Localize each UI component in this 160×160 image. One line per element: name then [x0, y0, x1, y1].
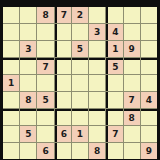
cell-r8c4: 6 — [55, 126, 71, 142]
cell-r8c7: 7 — [106, 126, 122, 142]
cell-r6c9: 4 — [141, 92, 157, 108]
cell-r2c3[interactable] — [37, 24, 53, 40]
cell-r1c8[interactable] — [124, 7, 140, 23]
cell-r1c6[interactable] — [89, 7, 105, 23]
cell-r3c8: 9 — [124, 41, 140, 57]
cell-r4c2[interactable] — [20, 58, 36, 74]
cell-r4c8[interactable] — [124, 58, 140, 74]
cell-r9c1[interactable] — [3, 143, 19, 159]
cell-r1c3: 8 — [37, 7, 53, 23]
cell-r3c4[interactable] — [55, 41, 71, 57]
cell-r5c2[interactable] — [20, 75, 36, 91]
cell-r2c8[interactable] — [124, 24, 140, 40]
cell-r5c5[interactable] — [72, 75, 88, 91]
cell-r1c5: 2 — [72, 7, 88, 23]
cell-r2c5[interactable] — [72, 24, 88, 40]
cell-r8c3[interactable] — [37, 126, 53, 142]
cell-r7c3[interactable] — [37, 109, 53, 125]
cell-r9c6: 8 — [89, 143, 105, 159]
cell-r7c6[interactable] — [89, 109, 105, 125]
cell-r5c7[interactable] — [106, 75, 122, 91]
sudoku-board: 872343519751857485617689 — [3, 7, 157, 159]
cell-r7c5[interactable] — [72, 109, 88, 125]
cell-r1c4: 7 — [55, 7, 71, 23]
cell-r2c9[interactable] — [141, 24, 157, 40]
cell-r2c2[interactable] — [20, 24, 36, 40]
cell-r4c6[interactable] — [89, 58, 105, 74]
cell-r5c1: 1 — [3, 75, 19, 91]
cell-r6c3: 5 — [37, 92, 53, 108]
cell-r3c2: 3 — [20, 41, 36, 57]
cell-r3c7: 1 — [106, 41, 122, 57]
cell-r6c2: 8 — [20, 92, 36, 108]
cell-r5c3[interactable] — [37, 75, 53, 91]
cell-r2c1[interactable] — [3, 24, 19, 40]
cell-r4c5[interactable] — [72, 58, 88, 74]
cell-r9c3: 6 — [37, 143, 53, 159]
cell-r9c7[interactable] — [106, 143, 122, 159]
cell-r1c1[interactable] — [3, 7, 19, 23]
cell-r6c5[interactable] — [72, 92, 88, 108]
cell-r4c1[interactable] — [3, 58, 19, 74]
cell-r7c8: 8 — [124, 109, 140, 125]
cell-r7c4[interactable] — [55, 109, 71, 125]
cell-r3c6[interactable] — [89, 41, 105, 57]
cell-r8c2: 5 — [20, 126, 36, 142]
cell-r9c5[interactable] — [72, 143, 88, 159]
cell-r8c8[interactable] — [124, 126, 140, 142]
cell-r3c5: 5 — [72, 41, 88, 57]
cell-r4c4[interactable] — [55, 58, 71, 74]
cell-r5c8[interactable] — [124, 75, 140, 91]
cell-r6c7[interactable] — [106, 92, 122, 108]
cell-r5c4[interactable] — [55, 75, 71, 91]
cell-r3c1[interactable] — [3, 41, 19, 57]
cell-r7c1[interactable] — [3, 109, 19, 125]
cell-r5c6[interactable] — [89, 75, 105, 91]
cell-r6c1[interactable] — [3, 92, 19, 108]
cell-r6c4[interactable] — [55, 92, 71, 108]
cell-r6c6[interactable] — [89, 92, 105, 108]
cell-r4c9[interactable] — [141, 58, 157, 74]
cell-r6c8: 7 — [124, 92, 140, 108]
sudoku-frame: 872343519751857485617689 — [0, 0, 160, 160]
cell-r9c8[interactable] — [124, 143, 140, 159]
cell-r9c2[interactable] — [20, 143, 36, 159]
cell-r1c7[interactable] — [106, 7, 122, 23]
cell-r7c7[interactable] — [106, 109, 122, 125]
cell-r8c9[interactable] — [141, 126, 157, 142]
cell-r8c1[interactable] — [3, 126, 19, 142]
cell-r5c9[interactable] — [141, 75, 157, 91]
cell-r8c6[interactable] — [89, 126, 105, 142]
cell-r7c9[interactable] — [141, 109, 157, 125]
cell-r1c2[interactable] — [20, 7, 36, 23]
cell-r1c9[interactable] — [141, 7, 157, 23]
cell-r9c4[interactable] — [55, 143, 71, 159]
cell-r2c6: 3 — [89, 24, 105, 40]
cell-r7c2[interactable] — [20, 109, 36, 125]
cell-r8c5: 1 — [72, 126, 88, 142]
cell-r9c9: 9 — [141, 143, 157, 159]
cell-r4c3: 7 — [37, 58, 53, 74]
cell-r3c9[interactable] — [141, 41, 157, 57]
cell-r2c7: 4 — [106, 24, 122, 40]
cell-r3c3[interactable] — [37, 41, 53, 57]
cell-r2c4[interactable] — [55, 24, 71, 40]
cell-r4c7: 5 — [106, 58, 122, 74]
